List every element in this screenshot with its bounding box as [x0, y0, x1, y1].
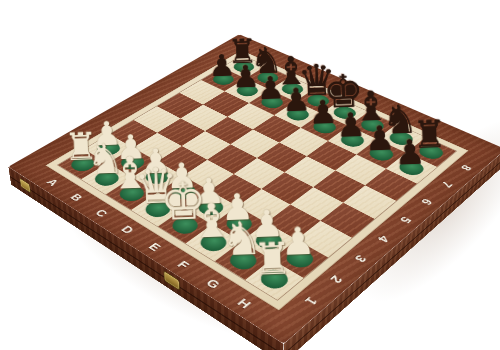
square-f5	[285, 156, 336, 187]
piece-black-pawn-e7: ♟	[308, 96, 338, 128]
perspective-stage: ♜♞♝♛♚♝♞♜♟♟♟♟♟♟♟♟♟♟♟♟♟♟♟♟♜♞♝♛♚♝♞♜ ABCDEFG…	[50, 0, 464, 350]
board-top-face: ♜♞♝♛♚♝♞♜♟♟♟♟♟♟♟♟♟♟♟♟♟♟♟♟♜♞♝♛♚♝♞♜ ABCDEFG…	[8, 34, 500, 344]
piece-black-pawn-d7: ♟	[282, 84, 311, 115]
piece-black-pawn-g7: ♟	[364, 122, 395, 155]
brass-hinge	[20, 179, 30, 193]
chess-set-photo: ♜♞♝♛♚♝♞♜♟♟♟♟♟♟♟♟♟♟♟♟♟♟♟♟♜♞♝♛♚♝♞♜ ABCDEFG…	[0, 0, 500, 350]
board-squares-grid: ♜♞♝♛♚♝♞♜♟♟♟♟♟♟♟♟♟♟♟♟♟♟♟♟♜♞♝♛♚♝♞♜	[58, 56, 456, 300]
piece-black-pawn-h7: ♟	[394, 136, 426, 169]
piece-black-pawn-f7: ♟	[336, 109, 366, 141]
piece-white-rook-h1: ♜	[252, 237, 293, 280]
chess-board: ♜♞♝♛♚♝♞♜♟♟♟♟♟♟♟♟♟♟♟♟♟♟♟♟♜♞♝♛♚♝♞♜ ABCDEFG…	[8, 34, 500, 344]
